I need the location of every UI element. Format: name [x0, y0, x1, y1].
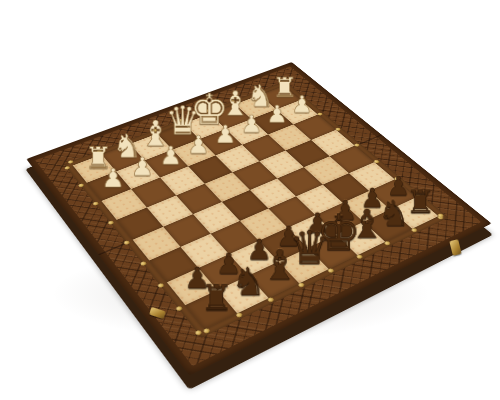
- white-pawn-glyph: ♟: [291, 93, 312, 117]
- white-pawn-glyph: ♟: [131, 154, 154, 180]
- white-pawn-glyph: ♟: [187, 132, 209, 157]
- white-pawn-glyph: ♟: [241, 112, 263, 136]
- black-knight-glyph: ♞: [231, 262, 266, 301]
- piece-white-pawn[interactable]: ♟: [97, 129, 130, 191]
- piece-black-rook[interactable]: ♜: [198, 245, 236, 316]
- white-pawn-glyph: ♟: [102, 165, 125, 191]
- piece-white-pawn[interactable]: ♟: [183, 98, 215, 158]
- chess-set-photo: ♜♞♝♛♚♝♞♜♟♟♟♟♟♟♟♟♟♟♟♟♟♟♟♟♜♞♝♛♚♝♞♜: [0, 0, 500, 400]
- white-pawn-glyph: ♟: [266, 102, 288, 126]
- piece-white-pawn[interactable]: ♟: [210, 88, 241, 147]
- white-pawn-glyph: ♟: [214, 122, 236, 147]
- piece-white-pawn[interactable]: ♟: [155, 108, 187, 168]
- black-rook-glyph: ♜: [201, 280, 233, 316]
- piece-white-pawn[interactable]: ♟: [126, 118, 159, 179]
- white-pawn-glyph: ♟: [160, 143, 183, 168]
